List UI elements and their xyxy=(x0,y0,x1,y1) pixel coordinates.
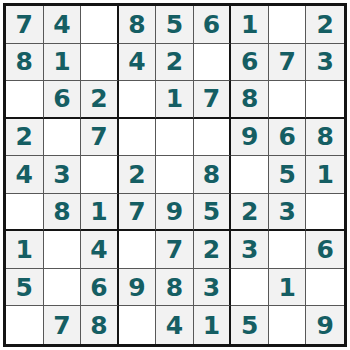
cell-r3c1[interactable] xyxy=(6,81,44,119)
cell-r3c8[interactable] xyxy=(269,81,307,119)
cell-r6c5: 9 xyxy=(156,194,194,232)
cell-r2c3[interactable] xyxy=(81,44,119,82)
cell-r1c9: 2 xyxy=(306,6,344,44)
cell-r2c8: 7 xyxy=(269,44,307,82)
cell-r2c7: 6 xyxy=(231,44,269,82)
cell-r9c8[interactable] xyxy=(269,306,307,344)
cell-r5c2: 3 xyxy=(44,156,82,194)
cell-r5c7[interactable] xyxy=(231,156,269,194)
cell-r8c8: 1 xyxy=(269,269,307,307)
cell-r8c1: 5 xyxy=(6,269,44,307)
cell-r8c3: 6 xyxy=(81,269,119,307)
cell-r7c6: 2 xyxy=(194,231,232,269)
cell-r7c1: 1 xyxy=(6,231,44,269)
cell-r2c1: 8 xyxy=(6,44,44,82)
cell-r8c9[interactable] xyxy=(306,269,344,307)
cell-r4c4[interactable] xyxy=(119,119,157,157)
cell-r2c5: 2 xyxy=(156,44,194,82)
cell-r6c4: 7 xyxy=(119,194,157,232)
cell-r2c2: 1 xyxy=(44,44,82,82)
cell-r5c1: 4 xyxy=(6,156,44,194)
cell-r6c9[interactable] xyxy=(306,194,344,232)
cell-r1c7: 1 xyxy=(231,6,269,44)
cell-r6c1[interactable] xyxy=(6,194,44,232)
cell-r7c3: 4 xyxy=(81,231,119,269)
cell-r7c9: 6 xyxy=(306,231,344,269)
cell-r9c5: 4 xyxy=(156,306,194,344)
cell-r5c8: 5 xyxy=(269,156,307,194)
cell-r8c6: 3 xyxy=(194,269,232,307)
cell-r1c2: 4 xyxy=(44,6,82,44)
cell-r8c4: 9 xyxy=(119,269,157,307)
cell-r1c1: 7 xyxy=(6,6,44,44)
cell-r1c3[interactable] xyxy=(81,6,119,44)
cell-r1c6: 6 xyxy=(194,6,232,44)
cell-r1c8[interactable] xyxy=(269,6,307,44)
sudoku-board: 7485612814267362178279684328518179523147… xyxy=(3,3,347,347)
cell-r9c9: 9 xyxy=(306,306,344,344)
cell-r3c6: 7 xyxy=(194,81,232,119)
cell-r7c2[interactable] xyxy=(44,231,82,269)
cell-r4c1: 2 xyxy=(6,119,44,157)
cell-r9c6: 1 xyxy=(194,306,232,344)
cell-r3c4[interactable] xyxy=(119,81,157,119)
cell-r6c7: 2 xyxy=(231,194,269,232)
cell-r2c4: 4 xyxy=(119,44,157,82)
cell-r3c3: 2 xyxy=(81,81,119,119)
cell-r7c5: 7 xyxy=(156,231,194,269)
cell-r6c2: 8 xyxy=(44,194,82,232)
cell-r6c8: 3 xyxy=(269,194,307,232)
cell-r3c9[interactable] xyxy=(306,81,344,119)
cell-r9c1[interactable] xyxy=(6,306,44,344)
cell-r4c2[interactable] xyxy=(44,119,82,157)
cell-r7c7: 3 xyxy=(231,231,269,269)
cell-r6c6: 5 xyxy=(194,194,232,232)
cell-r1c5: 5 xyxy=(156,6,194,44)
cell-r5c6: 8 xyxy=(194,156,232,194)
cell-r6c3: 1 xyxy=(81,194,119,232)
cell-r5c5[interactable] xyxy=(156,156,194,194)
cell-r8c7[interactable] xyxy=(231,269,269,307)
cell-r8c5: 8 xyxy=(156,269,194,307)
cell-r4c8: 6 xyxy=(269,119,307,157)
cell-r9c7: 5 xyxy=(231,306,269,344)
cell-r2c9: 3 xyxy=(306,44,344,82)
cell-r4c9: 8 xyxy=(306,119,344,157)
cell-r5c9: 1 xyxy=(306,156,344,194)
cell-r3c2: 6 xyxy=(44,81,82,119)
cell-r2c6[interactable] xyxy=(194,44,232,82)
cell-r1c4: 8 xyxy=(119,6,157,44)
cell-r4c5[interactable] xyxy=(156,119,194,157)
cell-r4c6[interactable] xyxy=(194,119,232,157)
sudoku-page: 7485612814267362178279684328518179523147… xyxy=(0,0,350,350)
cell-r3c5: 1 xyxy=(156,81,194,119)
cell-r3c7: 8 xyxy=(231,81,269,119)
cell-r5c4: 2 xyxy=(119,156,157,194)
cell-r8c2[interactable] xyxy=(44,269,82,307)
cell-r7c8[interactable] xyxy=(269,231,307,269)
cell-r5c3[interactable] xyxy=(81,156,119,194)
cell-r9c3: 8 xyxy=(81,306,119,344)
cell-r4c3: 7 xyxy=(81,119,119,157)
cell-r4c7: 9 xyxy=(231,119,269,157)
cell-r7c4[interactable] xyxy=(119,231,157,269)
cell-r9c4[interactable] xyxy=(119,306,157,344)
cell-r9c2: 7 xyxy=(44,306,82,344)
